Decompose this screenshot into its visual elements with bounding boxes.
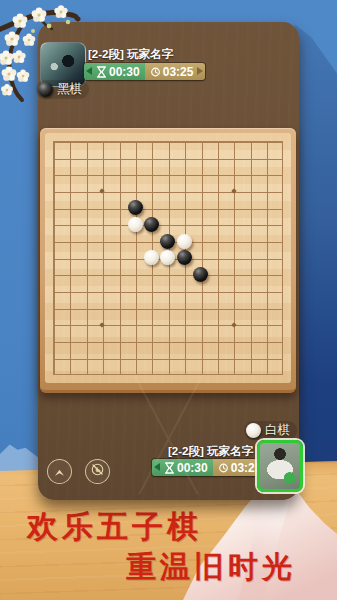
plum-blossom [0, 0, 120, 118]
star-point [100, 322, 106, 328]
bottom-player-timers: 00:30 03:25 [152, 459, 273, 476]
white-stone [160, 250, 175, 265]
no-gesture-icon [90, 462, 105, 481]
star-point [231, 322, 237, 328]
black-stone [144, 217, 159, 232]
black-stone [193, 267, 208, 282]
app-screen: 欢乐五子棋 重温旧时光 [2-2段] 玩家名字 00:30 03:25 黑棋 [0, 0, 337, 600]
avatar-bottom-player-active[interactable] [257, 440, 303, 492]
hourglass-icon [164, 462, 175, 474]
white-stone-icon [246, 423, 261, 438]
star-point [231, 188, 237, 194]
top-match-timer-value: 03:25 [163, 65, 194, 79]
bottom-player-name: [2-2段] 玩家名字 [168, 444, 253, 459]
white-stone [177, 234, 192, 249]
clock-icon [150, 66, 161, 78]
white-side-text: 白棋 [265, 422, 290, 439]
top-match-timer: 03:25 [145, 63, 206, 80]
black-stone [160, 234, 175, 249]
forbid-gesture-button[interactable] [85, 459, 110, 484]
board-grid[interactable] [45, 133, 291, 383]
board-surface[interactable] [45, 133, 291, 383]
bottom-move-timer-value: 00:30 [177, 461, 208, 475]
black-stone [177, 250, 192, 265]
gomoku-board[interactable] [40, 128, 296, 393]
app-title-line1: 欢乐五子棋 [27, 506, 202, 548]
clock-icon [218, 462, 229, 474]
panel-cast-shadow [295, 20, 337, 466]
white-stone [144, 250, 159, 265]
expand-menu-button[interactable] [47, 459, 72, 484]
bottom-move-timer: 00:30 [152, 459, 213, 476]
star-point [100, 188, 106, 194]
chevron-up-icon [53, 463, 66, 481]
white-stone [128, 217, 143, 232]
white-side-label: 白棋 [244, 421, 297, 440]
app-title-line2: 重温旧时光 [126, 547, 296, 588]
black-stone [128, 200, 143, 215]
